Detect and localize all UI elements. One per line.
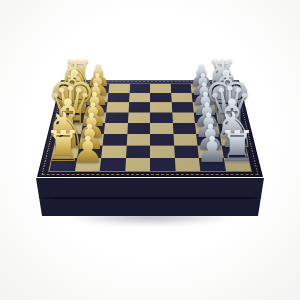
square-b5 — [150, 146, 174, 158]
square-d3 — [104, 123, 128, 134]
square-h5 — [150, 84, 171, 93]
square-e1 — [60, 112, 84, 122]
square-e3 — [105, 112, 128, 122]
square-d2 — [81, 123, 105, 134]
square-e7 — [194, 112, 218, 122]
square-c5 — [150, 134, 174, 146]
square-a6 — [174, 158, 200, 171]
board-squares — [48, 84, 252, 172]
square-g8 — [212, 93, 235, 102]
square-c3 — [103, 134, 127, 146]
square-b6 — [174, 146, 199, 158]
square-d1 — [58, 123, 83, 134]
square-e4 — [128, 112, 150, 122]
square-f3 — [106, 102, 128, 112]
square-b7 — [197, 146, 223, 158]
square-b8 — [221, 146, 248, 158]
square-c8 — [219, 134, 245, 146]
square-c1 — [55, 134, 81, 146]
square-f4 — [128, 102, 150, 112]
square-h1 — [67, 84, 89, 93]
square-e6 — [172, 112, 195, 122]
square-h4 — [129, 84, 150, 93]
square-c2 — [79, 134, 104, 146]
square-g5 — [150, 93, 171, 102]
square-a8 — [223, 158, 250, 171]
square-d5 — [150, 123, 173, 134]
square-g7 — [192, 93, 214, 102]
square-c4 — [126, 134, 150, 146]
square-a4 — [125, 158, 150, 171]
square-a1 — [49, 158, 76, 171]
square-a5 — [150, 158, 175, 171]
square-e5 — [150, 112, 172, 122]
chess-set-scene: ♜♞♝♛♚♝♞♜♟♟♟♟♟♟♟♟♟♟♟♟♟♟♟♟♜♞♝♛♚♝♞♜ — [0, 0, 300, 300]
square-a3 — [100, 158, 126, 171]
square-f7 — [193, 102, 216, 112]
square-d4 — [127, 123, 150, 134]
square-b1 — [52, 146, 79, 158]
square-f6 — [171, 102, 193, 112]
square-c7 — [196, 134, 221, 146]
square-b3 — [101, 146, 126, 158]
square-h7 — [191, 84, 213, 93]
square-h3 — [108, 84, 129, 93]
square-a7 — [199, 158, 226, 171]
square-f8 — [214, 102, 238, 112]
square-d6 — [172, 123, 196, 134]
square-d8 — [217, 123, 242, 134]
square-e8 — [216, 112, 240, 122]
square-h6 — [170, 84, 191, 93]
square-h8 — [211, 84, 233, 93]
box-lid-seam — [36, 197, 264, 199]
square-h2 — [88, 84, 110, 93]
square-b2 — [77, 146, 103, 158]
square-g2 — [86, 93, 108, 102]
square-g1 — [65, 93, 88, 102]
square-e2 — [83, 112, 107, 122]
square-f2 — [84, 102, 107, 112]
square-f1 — [63, 102, 87, 112]
board-frame — [37, 80, 263, 177]
square-g3 — [107, 93, 129, 102]
square-b4 — [126, 146, 150, 158]
square-f5 — [150, 102, 172, 112]
square-g6 — [171, 93, 193, 102]
square-a2 — [74, 158, 101, 171]
square-c6 — [173, 134, 197, 146]
square-g4 — [129, 93, 150, 102]
square-d7 — [195, 123, 219, 134]
